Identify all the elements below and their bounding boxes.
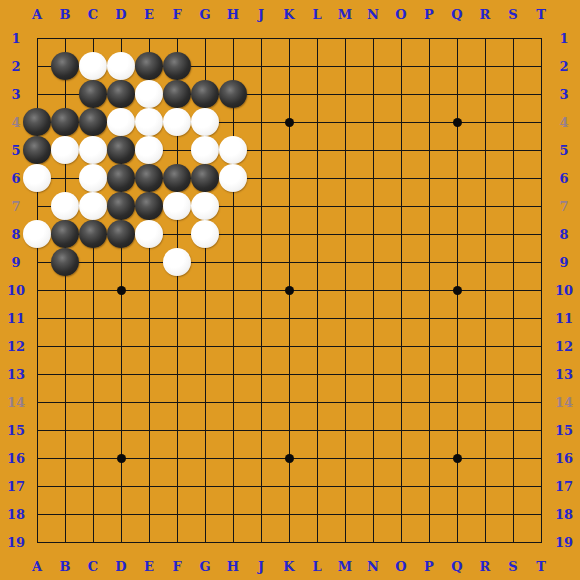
intersection-P18[interactable]: [415, 500, 443, 528]
intersection-K9[interactable]: [275, 248, 303, 276]
intersection-A6[interactable]: ○: [23, 164, 51, 192]
intersection-Q16[interactable]: [443, 444, 471, 472]
intersection-T9[interactable]: [527, 248, 555, 276]
intersection-H2[interactable]: [219, 52, 247, 80]
intersection-N18[interactable]: [359, 500, 387, 528]
intersection-L2[interactable]: [303, 52, 331, 80]
intersection-M14[interactable]: [331, 388, 359, 416]
intersection-Q5[interactable]: [443, 136, 471, 164]
intersection-H1[interactable]: [219, 24, 247, 52]
intersection-S8[interactable]: [499, 220, 527, 248]
intersection-R8[interactable]: [471, 220, 499, 248]
intersection-D5[interactable]: ●: [107, 136, 135, 164]
intersection-R17[interactable]: [471, 472, 499, 500]
intersection-T13[interactable]: [527, 360, 555, 388]
intersection-K7[interactable]: [275, 192, 303, 220]
intersection-J9[interactable]: [247, 248, 275, 276]
intersection-C7[interactable]: ○: [79, 192, 107, 220]
intersection-T4[interactable]: [527, 108, 555, 136]
intersection-M2[interactable]: [331, 52, 359, 80]
intersection-S5[interactable]: [499, 136, 527, 164]
intersection-G14[interactable]: [191, 388, 219, 416]
intersection-R3[interactable]: [471, 80, 499, 108]
intersection-G6[interactable]: ●: [191, 164, 219, 192]
intersection-C12[interactable]: [79, 332, 107, 360]
intersection-S17[interactable]: [499, 472, 527, 500]
intersection-K12[interactable]: [275, 332, 303, 360]
intersection-M15[interactable]: [331, 416, 359, 444]
intersection-E17[interactable]: [135, 472, 163, 500]
intersection-T1[interactable]: [527, 24, 555, 52]
intersection-G9[interactable]: [191, 248, 219, 276]
intersection-E15[interactable]: [135, 416, 163, 444]
intersection-C17[interactable]: [79, 472, 107, 500]
intersection-P3[interactable]: [415, 80, 443, 108]
intersection-K17[interactable]: [275, 472, 303, 500]
intersection-J11[interactable]: [247, 304, 275, 332]
intersection-D17[interactable]: [107, 472, 135, 500]
intersection-P1[interactable]: [415, 24, 443, 52]
intersection-Q11[interactable]: [443, 304, 471, 332]
intersection-F14[interactable]: [163, 388, 191, 416]
intersection-N13[interactable]: [359, 360, 387, 388]
intersection-L10[interactable]: [303, 276, 331, 304]
intersection-L12[interactable]: [303, 332, 331, 360]
intersection-C16[interactable]: [79, 444, 107, 472]
intersection-Q3[interactable]: [443, 80, 471, 108]
intersection-E9[interactable]: [135, 248, 163, 276]
intersection-N6[interactable]: [359, 164, 387, 192]
intersection-H6[interactable]: ○: [219, 164, 247, 192]
intersection-G8[interactable]: ○: [191, 220, 219, 248]
intersection-A11[interactable]: [23, 304, 51, 332]
intersection-O1[interactable]: [387, 24, 415, 52]
intersection-H5[interactable]: ○: [219, 136, 247, 164]
intersection-Q19[interactable]: [443, 528, 471, 556]
intersection-K10[interactable]: [275, 276, 303, 304]
intersection-Q9[interactable]: [443, 248, 471, 276]
intersection-H11[interactable]: [219, 304, 247, 332]
intersection-Q6[interactable]: [443, 164, 471, 192]
intersection-G5[interactable]: ○: [191, 136, 219, 164]
intersection-S1[interactable]: [499, 24, 527, 52]
intersection-E5[interactable]: ○: [135, 136, 163, 164]
intersection-R5[interactable]: [471, 136, 499, 164]
intersection-D6[interactable]: ●: [107, 164, 135, 192]
intersection-C13[interactable]: [79, 360, 107, 388]
intersection-N2[interactable]: [359, 52, 387, 80]
intersection-L3[interactable]: [303, 80, 331, 108]
intersection-G15[interactable]: [191, 416, 219, 444]
intersection-S12[interactable]: [499, 332, 527, 360]
intersection-T18[interactable]: [527, 500, 555, 528]
intersection-Q18[interactable]: [443, 500, 471, 528]
intersection-K16[interactable]: [275, 444, 303, 472]
intersection-M8[interactable]: [331, 220, 359, 248]
intersection-T10[interactable]: [527, 276, 555, 304]
intersection-C5[interactable]: ○: [79, 136, 107, 164]
intersection-P17[interactable]: [415, 472, 443, 500]
intersection-J18[interactable]: [247, 500, 275, 528]
intersection-P4[interactable]: [415, 108, 443, 136]
intersection-K15[interactable]: [275, 416, 303, 444]
intersection-B19[interactable]: [51, 528, 79, 556]
intersection-K2[interactable]: [275, 52, 303, 80]
intersection-H8[interactable]: [219, 220, 247, 248]
intersection-C1[interactable]: [79, 24, 107, 52]
intersection-P9[interactable]: [415, 248, 443, 276]
intersection-N9[interactable]: [359, 248, 387, 276]
intersection-S18[interactable]: [499, 500, 527, 528]
intersection-N16[interactable]: [359, 444, 387, 472]
intersection-Q1[interactable]: [443, 24, 471, 52]
intersection-R10[interactable]: [471, 276, 499, 304]
intersection-O7[interactable]: [387, 192, 415, 220]
intersection-Q8[interactable]: [443, 220, 471, 248]
intersection-E18[interactable]: [135, 500, 163, 528]
intersection-G10[interactable]: [191, 276, 219, 304]
intersection-F1[interactable]: [163, 24, 191, 52]
intersection-P12[interactable]: [415, 332, 443, 360]
intersection-O14[interactable]: [387, 388, 415, 416]
intersection-E8[interactable]: ○: [135, 220, 163, 248]
intersection-R19[interactable]: [471, 528, 499, 556]
intersection-K4[interactable]: [275, 108, 303, 136]
intersection-O9[interactable]: [387, 248, 415, 276]
intersection-B13[interactable]: [51, 360, 79, 388]
intersection-H17[interactable]: [219, 472, 247, 500]
intersection-A7[interactable]: [23, 192, 51, 220]
intersection-D13[interactable]: [107, 360, 135, 388]
intersection-G4[interactable]: ○: [191, 108, 219, 136]
intersection-E14[interactable]: [135, 388, 163, 416]
intersection-P7[interactable]: [415, 192, 443, 220]
intersection-L1[interactable]: [303, 24, 331, 52]
intersection-R9[interactable]: [471, 248, 499, 276]
intersection-C18[interactable]: [79, 500, 107, 528]
intersection-N4[interactable]: [359, 108, 387, 136]
intersection-T19[interactable]: [527, 528, 555, 556]
intersection-J6[interactable]: [247, 164, 275, 192]
intersection-F17[interactable]: [163, 472, 191, 500]
intersection-R14[interactable]: [471, 388, 499, 416]
intersection-O16[interactable]: [387, 444, 415, 472]
intersection-M16[interactable]: [331, 444, 359, 472]
intersection-E6[interactable]: ●: [135, 164, 163, 192]
intersection-A3[interactable]: [23, 80, 51, 108]
intersection-E10[interactable]: [135, 276, 163, 304]
intersection-N10[interactable]: [359, 276, 387, 304]
intersection-S4[interactable]: [499, 108, 527, 136]
intersection-R13[interactable]: [471, 360, 499, 388]
intersection-D14[interactable]: [107, 388, 135, 416]
intersection-B2[interactable]: ●: [51, 52, 79, 80]
intersection-J2[interactable]: [247, 52, 275, 80]
intersection-R15[interactable]: [471, 416, 499, 444]
intersection-Q17[interactable]: [443, 472, 471, 500]
intersection-G16[interactable]: [191, 444, 219, 472]
intersection-N19[interactable]: [359, 528, 387, 556]
intersection-R7[interactable]: [471, 192, 499, 220]
intersection-O5[interactable]: [387, 136, 415, 164]
intersection-L14[interactable]: [303, 388, 331, 416]
intersection-T5[interactable]: [527, 136, 555, 164]
intersection-D1[interactable]: [107, 24, 135, 52]
intersection-D8[interactable]: ●: [107, 220, 135, 248]
intersection-L9[interactable]: [303, 248, 331, 276]
intersection-S19[interactable]: [499, 528, 527, 556]
intersection-N5[interactable]: [359, 136, 387, 164]
intersection-L6[interactable]: [303, 164, 331, 192]
intersection-M6[interactable]: [331, 164, 359, 192]
intersection-L19[interactable]: [303, 528, 331, 556]
intersection-A2[interactable]: [23, 52, 51, 80]
intersection-J12[interactable]: [247, 332, 275, 360]
intersection-C10[interactable]: [79, 276, 107, 304]
intersection-N12[interactable]: [359, 332, 387, 360]
intersection-N8[interactable]: [359, 220, 387, 248]
intersection-G13[interactable]: [191, 360, 219, 388]
intersection-T11[interactable]: [527, 304, 555, 332]
intersection-A13[interactable]: [23, 360, 51, 388]
intersection-E1[interactable]: [135, 24, 163, 52]
intersection-S2[interactable]: [499, 52, 527, 80]
intersection-B6[interactable]: [51, 164, 79, 192]
intersection-L17[interactable]: [303, 472, 331, 500]
intersection-O15[interactable]: [387, 416, 415, 444]
intersection-O18[interactable]: [387, 500, 415, 528]
intersection-A14[interactable]: [23, 388, 51, 416]
intersection-E7[interactable]: ●: [135, 192, 163, 220]
intersection-O11[interactable]: [387, 304, 415, 332]
intersection-F8[interactable]: [163, 220, 191, 248]
intersection-J8[interactable]: [247, 220, 275, 248]
intersection-O3[interactable]: [387, 80, 415, 108]
intersection-L5[interactable]: [303, 136, 331, 164]
intersection-P13[interactable]: [415, 360, 443, 388]
intersection-J17[interactable]: [247, 472, 275, 500]
intersection-R2[interactable]: [471, 52, 499, 80]
intersection-F3[interactable]: ●: [163, 80, 191, 108]
intersection-N17[interactable]: [359, 472, 387, 500]
intersection-F10[interactable]: [163, 276, 191, 304]
intersection-S9[interactable]: [499, 248, 527, 276]
intersection-K11[interactable]: [275, 304, 303, 332]
intersection-L8[interactable]: [303, 220, 331, 248]
intersection-L4[interactable]: [303, 108, 331, 136]
intersection-M7[interactable]: [331, 192, 359, 220]
intersection-A5[interactable]: ●: [23, 136, 51, 164]
intersection-F6[interactable]: ●: [163, 164, 191, 192]
intersection-T15[interactable]: [527, 416, 555, 444]
intersection-J16[interactable]: [247, 444, 275, 472]
intersection-E16[interactable]: [135, 444, 163, 472]
intersection-A17[interactable]: [23, 472, 51, 500]
intersection-T3[interactable]: [527, 80, 555, 108]
intersection-Q7[interactable]: [443, 192, 471, 220]
intersection-T14[interactable]: [527, 388, 555, 416]
intersection-K5[interactable]: [275, 136, 303, 164]
intersection-J5[interactable]: [247, 136, 275, 164]
intersection-J15[interactable]: [247, 416, 275, 444]
intersection-T7[interactable]: [527, 192, 555, 220]
intersection-T2[interactable]: [527, 52, 555, 80]
intersection-G2[interactable]: [191, 52, 219, 80]
intersection-A8[interactable]: ○: [23, 220, 51, 248]
intersection-P19[interactable]: [415, 528, 443, 556]
intersection-E12[interactable]: [135, 332, 163, 360]
intersection-E3[interactable]: ○: [135, 80, 163, 108]
intersection-H19[interactable]: [219, 528, 247, 556]
intersection-A18[interactable]: [23, 500, 51, 528]
intersection-M19[interactable]: [331, 528, 359, 556]
intersection-H18[interactable]: [219, 500, 247, 528]
intersection-L15[interactable]: [303, 416, 331, 444]
intersection-D9[interactable]: [107, 248, 135, 276]
intersection-N3[interactable]: [359, 80, 387, 108]
intersection-G12[interactable]: [191, 332, 219, 360]
intersection-D16[interactable]: [107, 444, 135, 472]
intersection-D11[interactable]: [107, 304, 135, 332]
intersection-P10[interactable]: [415, 276, 443, 304]
intersection-J10[interactable]: [247, 276, 275, 304]
intersection-G18[interactable]: [191, 500, 219, 528]
intersection-S15[interactable]: [499, 416, 527, 444]
intersection-B12[interactable]: [51, 332, 79, 360]
intersection-J4[interactable]: [247, 108, 275, 136]
intersection-C11[interactable]: [79, 304, 107, 332]
intersection-D19[interactable]: [107, 528, 135, 556]
intersection-Q10[interactable]: [443, 276, 471, 304]
intersection-P5[interactable]: [415, 136, 443, 164]
intersection-Q12[interactable]: [443, 332, 471, 360]
intersection-F12[interactable]: [163, 332, 191, 360]
intersection-S11[interactable]: [499, 304, 527, 332]
intersection-B11[interactable]: [51, 304, 79, 332]
intersection-D15[interactable]: [107, 416, 135, 444]
intersection-A15[interactable]: [23, 416, 51, 444]
intersection-B7[interactable]: ○: [51, 192, 79, 220]
intersection-O13[interactable]: [387, 360, 415, 388]
intersection-O17[interactable]: [387, 472, 415, 500]
intersection-K18[interactable]: [275, 500, 303, 528]
intersection-B14[interactable]: [51, 388, 79, 416]
intersection-M17[interactable]: [331, 472, 359, 500]
intersection-A19[interactable]: [23, 528, 51, 556]
intersection-J1[interactable]: [247, 24, 275, 52]
intersection-C2[interactable]: ○: [79, 52, 107, 80]
intersection-F19[interactable]: [163, 528, 191, 556]
intersection-F5[interactable]: [163, 136, 191, 164]
intersection-F2[interactable]: ●: [163, 52, 191, 80]
intersection-M4[interactable]: [331, 108, 359, 136]
intersection-Q4[interactable]: [443, 108, 471, 136]
intersection-G17[interactable]: [191, 472, 219, 500]
intersection-M18[interactable]: [331, 500, 359, 528]
intersection-S14[interactable]: [499, 388, 527, 416]
intersection-A9[interactable]: [23, 248, 51, 276]
intersection-F13[interactable]: [163, 360, 191, 388]
intersection-O12[interactable]: [387, 332, 415, 360]
intersection-K1[interactable]: [275, 24, 303, 52]
intersection-P11[interactable]: [415, 304, 443, 332]
intersection-B17[interactable]: [51, 472, 79, 500]
intersection-S13[interactable]: [499, 360, 527, 388]
intersection-T8[interactable]: [527, 220, 555, 248]
intersection-B9[interactable]: ●: [51, 248, 79, 276]
intersection-P14[interactable]: [415, 388, 443, 416]
intersection-C8[interactable]: ●: [79, 220, 107, 248]
intersection-D10[interactable]: [107, 276, 135, 304]
intersection-F4[interactable]: ○: [163, 108, 191, 136]
intersection-K3[interactable]: [275, 80, 303, 108]
intersection-J19[interactable]: [247, 528, 275, 556]
intersection-C9[interactable]: [79, 248, 107, 276]
intersection-M9[interactable]: [331, 248, 359, 276]
intersection-R18[interactable]: [471, 500, 499, 528]
intersection-C6[interactable]: ○: [79, 164, 107, 192]
intersection-Q15[interactable]: [443, 416, 471, 444]
intersection-B3[interactable]: [51, 80, 79, 108]
intersection-M5[interactable]: [331, 136, 359, 164]
intersection-B8[interactable]: ●: [51, 220, 79, 248]
intersection-O19[interactable]: [387, 528, 415, 556]
intersection-L18[interactable]: [303, 500, 331, 528]
intersection-L16[interactable]: [303, 444, 331, 472]
intersection-J14[interactable]: [247, 388, 275, 416]
intersection-S16[interactable]: [499, 444, 527, 472]
intersection-K13[interactable]: [275, 360, 303, 388]
intersection-H16[interactable]: [219, 444, 247, 472]
intersection-M1[interactable]: [331, 24, 359, 52]
intersection-A10[interactable]: [23, 276, 51, 304]
intersection-E4[interactable]: ○: [135, 108, 163, 136]
intersection-K6[interactable]: [275, 164, 303, 192]
intersection-M13[interactable]: [331, 360, 359, 388]
intersection-J7[interactable]: [247, 192, 275, 220]
intersection-C14[interactable]: [79, 388, 107, 416]
intersection-N11[interactable]: [359, 304, 387, 332]
intersection-L11[interactable]: [303, 304, 331, 332]
intersection-A16[interactable]: [23, 444, 51, 472]
intersection-C4[interactable]: ●: [79, 108, 107, 136]
intersection-Q2[interactable]: [443, 52, 471, 80]
intersection-D7[interactable]: ●: [107, 192, 135, 220]
intersection-B16[interactable]: [51, 444, 79, 472]
intersection-H15[interactable]: [219, 416, 247, 444]
intersection-G11[interactable]: [191, 304, 219, 332]
intersection-A12[interactable]: [23, 332, 51, 360]
intersection-D4[interactable]: ○: [107, 108, 135, 136]
intersection-N7[interactable]: [359, 192, 387, 220]
intersection-T17[interactable]: [527, 472, 555, 500]
intersection-G1[interactable]: [191, 24, 219, 52]
intersection-P15[interactable]: [415, 416, 443, 444]
intersection-E13[interactable]: [135, 360, 163, 388]
intersection-H14[interactable]: [219, 388, 247, 416]
intersection-H4[interactable]: [219, 108, 247, 136]
intersection-B5[interactable]: ○: [51, 136, 79, 164]
intersection-D2[interactable]: ○: [107, 52, 135, 80]
intersection-B4[interactable]: ●: [51, 108, 79, 136]
intersection-D18[interactable]: [107, 500, 135, 528]
intersection-O8[interactable]: [387, 220, 415, 248]
intersection-O2[interactable]: [387, 52, 415, 80]
intersection-D3[interactable]: ●: [107, 80, 135, 108]
intersection-R11[interactable]: [471, 304, 499, 332]
intersection-C15[interactable]: [79, 416, 107, 444]
intersection-M3[interactable]: [331, 80, 359, 108]
